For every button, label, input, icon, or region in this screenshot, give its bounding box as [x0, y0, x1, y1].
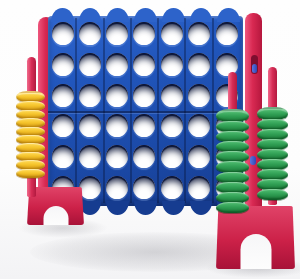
board-cell [159, 80, 184, 111]
board-cell [132, 49, 157, 80]
board-cell [214, 18, 241, 49]
empty-hole [188, 53, 210, 76]
scallop-bump [106, 201, 129, 215]
board-cell [50, 111, 75, 142]
green-disc-stack-inner[interactable] [216, 110, 249, 213]
scallop-bump [190, 201, 213, 215]
empty-hole [161, 176, 183, 199]
empty-hole [133, 53, 155, 76]
board-cell [159, 141, 184, 172]
empty-hole [161, 145, 183, 168]
board-cell [105, 172, 130, 203]
board-cell [77, 111, 102, 142]
green-disc [216, 172, 249, 183]
scallop-bump [134, 201, 157, 215]
empty-hole [52, 145, 74, 168]
empty-hole [133, 176, 155, 199]
board-cell [159, 172, 184, 203]
board-cell [186, 111, 211, 142]
board-cell [186, 141, 211, 172]
board-cell [77, 18, 102, 49]
empty-hole [52, 84, 74, 107]
right-foot-arch [240, 234, 271, 269]
board-cell [159, 18, 184, 49]
green-disc [257, 189, 288, 200]
blue-peg-upper[interactable] [252, 64, 257, 73]
board-cell [50, 141, 75, 172]
empty-hole [79, 22, 101, 45]
connect-four-product-photo [0, 0, 300, 279]
right-foot [216, 206, 295, 269]
empty-hole [161, 22, 183, 45]
empty-hole [216, 22, 238, 45]
scallop-bump [162, 201, 185, 215]
board-cell [105, 141, 130, 172]
board-cell [77, 80, 102, 111]
empty-hole [133, 114, 155, 137]
empty-hole [188, 176, 210, 199]
board-cell [132, 18, 157, 49]
left-foot-arch [43, 206, 68, 225]
board-cell [105, 111, 130, 142]
empty-hole [79, 53, 101, 76]
blue-peg-lower[interactable] [250, 156, 256, 165]
board-cell [77, 49, 102, 80]
board-cell [159, 49, 184, 80]
empty-hole [133, 145, 155, 168]
empty-hole [161, 114, 183, 137]
empty-hole [79, 84, 101, 107]
board-middle-seam [48, 111, 243, 113]
empty-hole [188, 22, 210, 45]
board-cell [132, 172, 157, 203]
empty-hole [188, 114, 210, 137]
empty-hole [106, 22, 128, 45]
empty-hole [106, 114, 128, 137]
empty-hole [52, 114, 74, 137]
board-cell [105, 80, 130, 111]
green-disc [216, 161, 249, 172]
board-cell [186, 49, 211, 80]
empty-hole [161, 53, 183, 76]
board-cell [105, 18, 130, 49]
connect-four-board [48, 16, 243, 206]
board-cell [132, 141, 157, 172]
board-cell [186, 172, 211, 203]
board-cell [105, 49, 130, 80]
board-cell [77, 141, 102, 172]
board-cell [159, 111, 184, 142]
empty-hole [79, 114, 101, 137]
green-disc-stack-outer[interactable] [257, 108, 288, 200]
board-cell [50, 80, 75, 111]
empty-hole [106, 145, 128, 168]
empty-hole [52, 22, 74, 45]
board-cell [50, 49, 75, 80]
empty-hole [106, 84, 128, 107]
empty-hole [133, 22, 155, 45]
empty-hole [106, 176, 128, 199]
empty-hole [161, 84, 183, 107]
yellow-disc [16, 169, 45, 178]
empty-hole [106, 53, 128, 76]
board-cell [186, 80, 211, 111]
board-cell [132, 111, 157, 142]
empty-hole [133, 84, 155, 107]
yellow-disc-stack[interactable] [16, 92, 45, 178]
empty-hole [52, 53, 74, 76]
empty-hole [188, 84, 210, 107]
green-disc [216, 202, 249, 213]
board-cell [132, 80, 157, 111]
empty-hole [188, 145, 210, 168]
empty-hole [79, 145, 101, 168]
board-cell [186, 18, 211, 49]
board-cell [50, 18, 75, 49]
